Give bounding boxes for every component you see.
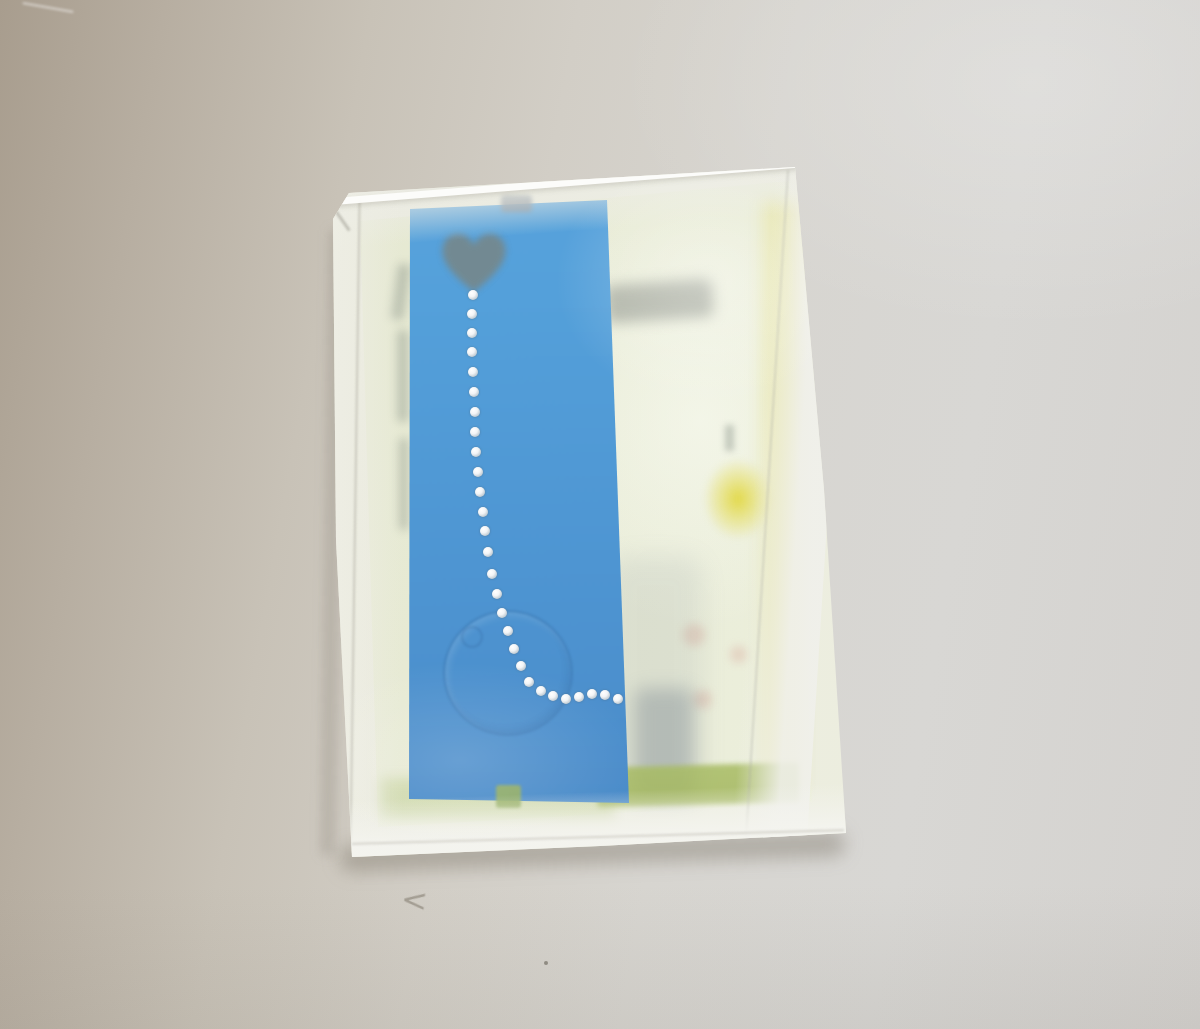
surface-speck xyxy=(544,961,548,965)
surface-scratch xyxy=(22,2,74,14)
pencil-mark: < xyxy=(400,884,430,916)
vellum-envelope xyxy=(0,0,1200,1029)
plastic-sheen xyxy=(0,0,1200,1029)
photo-scene: < xyxy=(0,0,1200,1029)
